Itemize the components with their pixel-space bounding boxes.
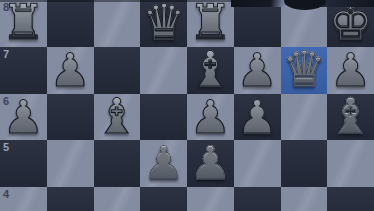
piece-black-bishop-c6[interactable]: ♝	[94, 94, 141, 141]
rank-label-5: 5	[3, 141, 9, 153]
square-a5[interactable]: 5	[0, 140, 47, 187]
square-d6[interactable]	[140, 94, 187, 141]
square-c6[interactable]: ♝	[94, 94, 141, 141]
square-h6[interactable]: ♝	[327, 94, 374, 141]
square-e7[interactable]: ♝	[187, 47, 234, 94]
square-f7[interactable]: ♟	[234, 47, 281, 94]
square-f5[interactable]	[234, 140, 281, 187]
square-f8[interactable]	[234, 0, 281, 47]
square-a7[interactable]: 7	[0, 47, 47, 94]
square-a8[interactable]: 8♜	[0, 0, 47, 47]
rank-label-8: 8	[3, 1, 9, 13]
piece-black-queen-d8[interactable]: ♛	[140, 0, 187, 47]
square-g8[interactable]	[281, 0, 328, 47]
square-b5[interactable]	[47, 140, 94, 187]
square-f4[interactable]	[234, 187, 281, 211]
piece-black-king-h8[interactable]: ♚	[327, 0, 374, 47]
chess-board: 8♜♛♜♚7♟♝♟♛♟6♟♝♟♟♝5♟♟4	[0, 0, 374, 211]
square-b8[interactable]	[47, 0, 94, 47]
piece-black-pawn-f7[interactable]: ♟	[234, 47, 281, 94]
piece-black-rook-e8[interactable]: ♜	[187, 0, 234, 47]
piece-white-pawn-e5[interactable]: ♟	[187, 140, 234, 187]
rank-label-7: 7	[3, 48, 9, 60]
square-g5[interactable]	[281, 140, 328, 187]
square-c8[interactable]	[94, 0, 141, 47]
square-d8[interactable]: ♛	[140, 0, 187, 47]
square-d4[interactable]	[140, 187, 187, 211]
square-h7[interactable]: ♟	[327, 47, 374, 94]
square-h4[interactable]	[327, 187, 374, 211]
piece-black-pawn-h7[interactable]: ♟	[327, 47, 374, 94]
square-d7[interactable]	[140, 47, 187, 94]
square-h8[interactable]: ♚	[327, 0, 374, 47]
square-a4[interactable]: 4	[0, 187, 47, 211]
square-e6[interactable]: ♟	[187, 94, 234, 141]
square-c7[interactable]	[94, 47, 141, 94]
piece-white-bishop-h6[interactable]: ♝	[327, 94, 374, 141]
square-g6[interactable]	[281, 94, 328, 141]
rank-label-6: 6	[3, 95, 9, 107]
square-c5[interactable]	[94, 140, 141, 187]
square-e5[interactable]: ♟	[187, 140, 234, 187]
piece-black-pawn-b7[interactable]: ♟	[47, 47, 94, 94]
piece-black-pawn-f6[interactable]: ♟	[234, 94, 281, 141]
square-c4[interactable]	[94, 187, 141, 211]
square-b6[interactable]	[47, 94, 94, 141]
piece-black-bishop-e7[interactable]: ♝	[187, 47, 234, 94]
square-e4[interactable]	[187, 187, 234, 211]
square-b7[interactable]: ♟	[47, 47, 94, 94]
square-e8[interactable]: ♜	[187, 0, 234, 47]
chess-board-screenshot: 8♜♛♜♚7♟♝♟♛♟6♟♝♟♟♝5♟♟4	[0, 0, 374, 211]
rank-label-4: 4	[3, 188, 9, 200]
square-b4[interactable]	[47, 187, 94, 211]
square-g4[interactable]	[281, 187, 328, 211]
piece-white-pawn-d5[interactable]: ♟	[140, 140, 187, 187]
square-g7[interactable]: ♛	[281, 47, 328, 94]
square-h5[interactable]	[327, 140, 374, 187]
piece-white-queen-g7[interactable]: ♛	[281, 47, 328, 94]
square-f6[interactable]: ♟	[234, 94, 281, 141]
square-d5[interactable]: ♟	[140, 140, 187, 187]
piece-black-pawn-e6[interactable]: ♟	[187, 94, 234, 141]
square-a6[interactable]: 6♟	[0, 94, 47, 141]
